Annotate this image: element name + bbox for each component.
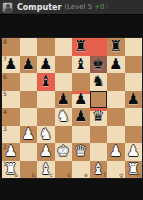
square-d8[interactable]	[55, 38, 73, 56]
square-g8[interactable]: ♜	[107, 38, 125, 56]
eval-score: +0	[94, 3, 104, 11]
square-b2[interactable]	[20, 143, 38, 161]
piece-white-pawn[interactable]: ♟	[125, 143, 143, 161]
square-e2[interactable]: ♛	[72, 143, 90, 161]
square-e4[interactable]: ♟	[72, 108, 90, 126]
square-d4[interactable]: ♞	[55, 108, 73, 126]
piece-black-pawn[interactable]: ♟	[37, 56, 55, 74]
square-c5[interactable]	[37, 91, 55, 109]
square-h2[interactable]: ♟	[125, 143, 143, 161]
rank-label: 6	[3, 74, 7, 80]
square-f3[interactable]	[90, 126, 108, 144]
level-label: (Level 5	[64, 3, 92, 11]
piece-black-pawn[interactable]: ♟	[72, 108, 90, 126]
square-b4[interactable]	[20, 108, 38, 126]
square-c8[interactable]	[37, 38, 55, 56]
square-e7[interactable]: ♝	[72, 56, 90, 74]
square-b6[interactable]	[20, 73, 38, 91]
square-h8[interactable]	[125, 38, 143, 56]
piece-white-pawn[interactable]: ♟	[37, 143, 55, 161]
square-e8[interactable]: ♜	[72, 38, 90, 56]
square-h6[interactable]	[125, 73, 143, 91]
piece-white-rook[interactable]: ♜	[2, 161, 20, 179]
piece-white-knight[interactable]: ♞	[37, 126, 55, 144]
title-bar: Computer (Level 5 +0 /	[0, 0, 143, 15]
piece-black-pawn[interactable]: ♟	[125, 91, 143, 109]
square-f5[interactable]	[90, 91, 108, 109]
piece-black-queen[interactable]: ♛	[90, 108, 108, 126]
piece-white-rook[interactable]: ♜	[125, 161, 143, 179]
piece-black-bishop[interactable]: ♝	[72, 56, 90, 74]
square-d3[interactable]	[55, 126, 73, 144]
square-g6[interactable]	[107, 73, 125, 91]
piece-black-knight[interactable]: ♞	[90, 73, 108, 91]
square-a8[interactable]: 8	[2, 38, 20, 56]
file-label: d	[67, 172, 71, 178]
piece-black-pawn[interactable]: ♟	[2, 56, 20, 74]
piece-white-pawn[interactable]: ♟	[2, 143, 20, 161]
square-b5[interactable]	[20, 91, 38, 109]
piece-white-knight[interactable]: ♞	[55, 108, 73, 126]
square-g7[interactable]: ♟	[107, 56, 125, 74]
square-g1[interactable]: g	[107, 161, 125, 179]
square-a4[interactable]: 4	[2, 108, 20, 126]
rank-label: 4	[3, 109, 7, 115]
square-f4[interactable]: ♛	[90, 108, 108, 126]
square-f8[interactable]	[90, 38, 108, 56]
square-d2[interactable]: ♚	[55, 143, 73, 161]
square-b1[interactable]: b	[20, 161, 38, 179]
piece-black-rook[interactable]: ♜	[72, 38, 90, 56]
square-b8[interactable]	[20, 38, 38, 56]
square-e5[interactable]: ♟	[72, 91, 90, 109]
file-label: g	[119, 172, 123, 178]
piece-black-king[interactable]: ♚	[90, 56, 108, 74]
file-label: e	[84, 172, 88, 178]
piece-black-rook[interactable]: ♜	[107, 38, 125, 56]
eval-separator: /	[106, 3, 108, 11]
square-c7[interactable]: ♟	[37, 56, 55, 74]
square-b3[interactable]: ♟	[20, 126, 38, 144]
square-e3[interactable]	[72, 126, 90, 144]
app-icon[interactable]	[2, 2, 13, 13]
square-d7[interactable]	[55, 56, 73, 74]
square-c4[interactable]	[37, 108, 55, 126]
square-g4[interactable]	[107, 108, 125, 126]
square-g2[interactable]: ♟	[107, 143, 125, 161]
square-f2[interactable]	[90, 143, 108, 161]
file-label: b	[32, 172, 36, 178]
square-h7[interactable]	[125, 56, 143, 74]
piece-white-queen[interactable]: ♛	[72, 143, 90, 161]
square-c6[interactable]: ♝	[37, 73, 55, 91]
piece-white-bishop[interactable]: ♝	[90, 161, 108, 179]
square-g3[interactable]	[107, 126, 125, 144]
square-b7[interactable]: ♟	[20, 56, 38, 74]
piece-black-pawn[interactable]: ♟	[107, 56, 125, 74]
chess-board: 8♜♜7♟♟♟♝♚♟6♝♞5♟♟♟4♞♟♛3♟♞2♟♟♚♛♟♟1a♜bc♝def…	[2, 38, 142, 178]
piece-white-bishop[interactable]: ♝	[37, 161, 55, 179]
square-a2[interactable]: 2♟	[2, 143, 20, 161]
piece-white-pawn[interactable]: ♟	[107, 143, 125, 161]
piece-black-bishop[interactable]: ♝	[37, 73, 55, 91]
app-title: Computer	[17, 3, 61, 12]
square-a6[interactable]: 6	[2, 73, 20, 91]
square-h4[interactable]	[125, 108, 143, 126]
square-f1[interactable]: f♝	[90, 161, 108, 179]
square-d1[interactable]: d	[55, 161, 73, 179]
rank-label: 8	[3, 39, 7, 45]
square-f7[interactable]: ♚	[90, 56, 108, 74]
app-background: Computer (Level 5 +0 / 8♜♜7♟♟♟♝♚♟6♝♞5♟♟♟…	[0, 0, 143, 200]
square-e1[interactable]: e	[72, 161, 90, 179]
square-h3[interactable]	[125, 126, 143, 144]
square-a3[interactable]: 3	[2, 126, 20, 144]
square-g5[interactable]	[107, 91, 125, 109]
square-a5[interactable]: 5	[2, 91, 20, 109]
square-h5[interactable]: ♟	[125, 91, 143, 109]
rank-label: 5	[3, 91, 7, 97]
square-e6[interactable]	[72, 73, 90, 91]
square-h1[interactable]: h♜	[125, 161, 143, 179]
square-d6[interactable]	[55, 73, 73, 91]
piece-black-pawn[interactable]: ♟	[55, 91, 73, 109]
square-f6[interactable]: ♞	[90, 73, 108, 91]
piece-white-pawn[interactable]: ♟	[20, 126, 38, 144]
square-c1[interactable]: c♝	[37, 161, 55, 179]
square-c3[interactable]: ♞	[37, 126, 55, 144]
square-a1[interactable]: 1a♜	[2, 161, 20, 179]
piece-black-pawn[interactable]: ♟	[72, 91, 90, 109]
square-c2[interactable]: ♟	[37, 143, 55, 161]
square-a7[interactable]: 7♟	[2, 56, 20, 74]
square-d5[interactable]: ♟	[55, 91, 73, 109]
rank-label: 3	[3, 126, 7, 132]
piece-white-king[interactable]: ♚	[55, 143, 73, 161]
piece-black-pawn[interactable]: ♟	[20, 56, 38, 74]
